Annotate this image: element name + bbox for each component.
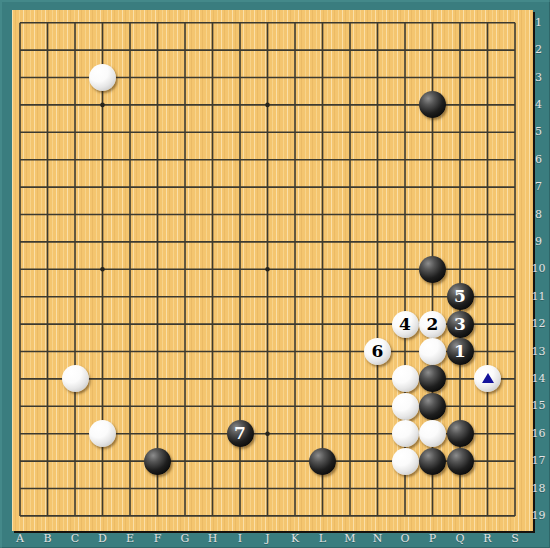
triangle-mark-icon xyxy=(482,373,494,383)
move-number: 6 xyxy=(372,343,384,360)
move-number: 4 xyxy=(399,316,411,333)
row-label-1: 1 xyxy=(528,16,549,30)
stone-white-O14[interactable] xyxy=(392,365,419,392)
row-label-17: 17 xyxy=(528,454,549,468)
row-label-18: 18 xyxy=(528,482,549,496)
go-board[interactable]: 5423617 xyxy=(12,10,533,531)
stone-white-O17[interactable] xyxy=(392,448,419,475)
column-label-I: I xyxy=(231,532,249,546)
stone-black-P15[interactable] xyxy=(419,393,446,420)
stone-black-L17[interactable] xyxy=(309,448,336,475)
row-label-6: 6 xyxy=(528,153,549,167)
column-label-H: H xyxy=(204,532,222,546)
row-label-15: 15 xyxy=(528,399,549,413)
move-number: 2 xyxy=(427,316,439,333)
row-label-2: 2 xyxy=(528,43,549,57)
stone-white-D3[interactable] xyxy=(89,64,116,91)
column-label-O: O xyxy=(396,532,414,546)
row-label-11: 11 xyxy=(528,290,549,304)
stone-black-P10[interactable] xyxy=(419,256,446,283)
move-number: 7 xyxy=(234,425,246,442)
stone-black-Q17[interactable] xyxy=(447,448,474,475)
row-label-19: 19 xyxy=(528,509,549,523)
row-label-14: 14 xyxy=(528,372,549,386)
stone-white-N13[interactable]: 6 xyxy=(364,338,391,365)
move-number: 3 xyxy=(454,316,466,333)
stone-black-I16[interactable]: 7 xyxy=(227,420,254,447)
column-label-F: F xyxy=(149,532,167,546)
move-number: 5 xyxy=(454,288,466,305)
column-label-A: A xyxy=(11,532,29,546)
row-label-16: 16 xyxy=(528,427,549,441)
go-diagram: 5423617 ABCDEFGHIJKLMNOPQRS 123456789101… xyxy=(0,0,550,548)
stone-white-O16[interactable] xyxy=(392,420,419,447)
stone-black-Q13[interactable]: 1 xyxy=(447,338,474,365)
column-label-B: B xyxy=(39,532,57,546)
stone-white-D16[interactable] xyxy=(89,420,116,447)
stone-white-P16[interactable] xyxy=(419,420,446,447)
column-label-S: S xyxy=(506,532,524,546)
column-label-J: J xyxy=(259,532,277,546)
stone-black-Q12[interactable]: 3 xyxy=(447,311,474,338)
column-label-D: D xyxy=(94,532,112,546)
column-label-K: K xyxy=(286,532,304,546)
column-label-E: E xyxy=(121,532,139,546)
column-label-N: N xyxy=(369,532,387,546)
stone-white-O12[interactable]: 4 xyxy=(392,311,419,338)
row-label-8: 8 xyxy=(528,208,549,222)
row-label-12: 12 xyxy=(528,317,549,331)
stone-black-Q16[interactable] xyxy=(447,420,474,447)
move-number: 1 xyxy=(454,343,466,360)
row-label-5: 5 xyxy=(528,125,549,139)
row-label-3: 3 xyxy=(528,71,549,85)
column-label-G: G xyxy=(176,532,194,546)
stone-white-P13[interactable] xyxy=(419,338,446,365)
stone-white-P12[interactable]: 2 xyxy=(419,311,446,338)
row-label-13: 13 xyxy=(528,345,549,359)
stone-white-C14[interactable] xyxy=(62,365,89,392)
row-label-10: 10 xyxy=(528,262,549,276)
row-label-4: 4 xyxy=(528,98,549,112)
stone-black-P17[interactable] xyxy=(419,448,446,475)
stone-white-O15[interactable] xyxy=(392,393,419,420)
stone-black-F17[interactable] xyxy=(144,448,171,475)
column-label-L: L xyxy=(314,532,332,546)
row-label-7: 7 xyxy=(528,180,549,194)
column-label-R: R xyxy=(479,532,497,546)
column-label-M: M xyxy=(341,532,359,546)
column-label-Q: Q xyxy=(451,532,469,546)
column-label-C: C xyxy=(66,532,84,546)
column-label-P: P xyxy=(424,532,442,546)
stone-black-Q11[interactable]: 5 xyxy=(447,283,474,310)
row-label-9: 9 xyxy=(528,235,549,249)
